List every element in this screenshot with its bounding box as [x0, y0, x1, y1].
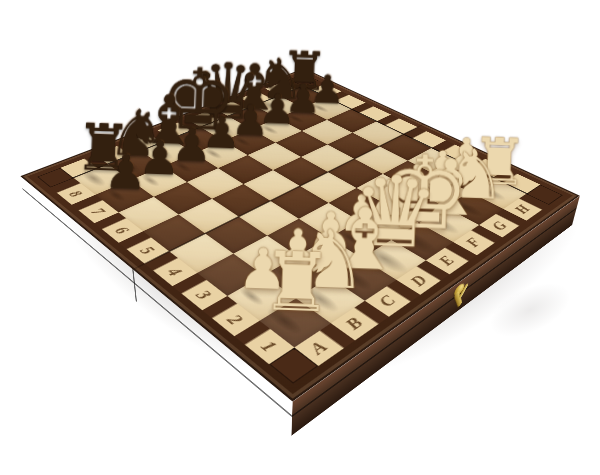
dark-pawn-glyph: ♟ [95, 147, 156, 196]
chess-set-photo: HGFEDCBA 87654321 ♜♞♝♚♛♝♞♜♟♟♟♟♟♟♟♟♟♟♟♟♟♟… [0, 0, 600, 475]
chess-board: HGFEDCBA 87654321 ♜♞♝♚♛♝♞♜♟♟♟♟♟♟♟♟♟♟♟♟♟♟… [20, 68, 580, 402]
pawn-icon: ♟ [103, 150, 147, 196]
light-rook-glyph: ♜ [247, 240, 346, 324]
rook-icon: ♜ [259, 244, 334, 323]
